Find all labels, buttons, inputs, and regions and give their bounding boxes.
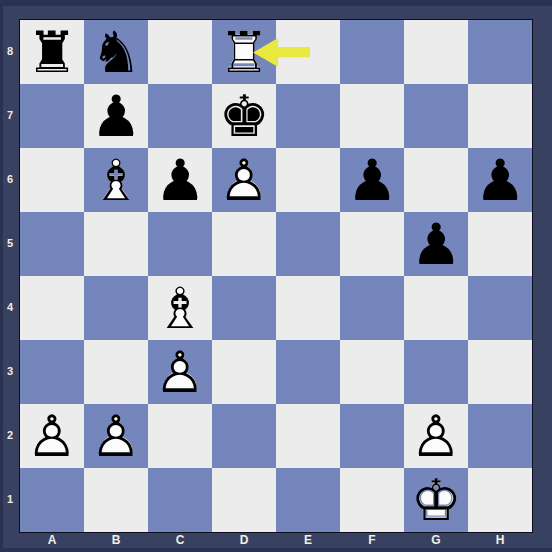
square-b3[interactable]	[84, 340, 148, 404]
square-f6[interactable]: ♟	[340, 148, 404, 212]
chess-board-frame: ♜♞♜♖♟♚♝♗♟♟♙♟♟♟♝♗♟♙♟♙♟♙♟♙♚♔ 87654321ABCDE…	[0, 0, 552, 552]
square-b5[interactable]	[84, 212, 148, 276]
square-e7[interactable]	[276, 84, 340, 148]
square-c1[interactable]	[148, 468, 212, 532]
frame-left-edge	[0, 0, 3, 552]
piece-black-knight-b8[interactable]: ♞	[84, 20, 148, 84]
square-e1[interactable]	[276, 468, 340, 532]
square-c5[interactable]	[148, 212, 212, 276]
square-g5[interactable]: ♟	[404, 212, 468, 276]
square-h5[interactable]	[468, 212, 532, 276]
square-d1[interactable]	[212, 468, 276, 532]
piece-glyph: ♟	[84, 84, 148, 148]
square-e3[interactable]	[276, 340, 340, 404]
square-e5[interactable]	[276, 212, 340, 276]
piece-outline: ♙	[20, 404, 84, 468]
frame-top-edge	[0, 0, 552, 6]
rank-label-5: 5	[0, 237, 20, 249]
file-label-F: F	[340, 533, 404, 552]
square-f7[interactable]	[340, 84, 404, 148]
square-c2[interactable]	[148, 404, 212, 468]
square-g1[interactable]: ♚♔	[404, 468, 468, 532]
square-h3[interactable]	[468, 340, 532, 404]
piece-white-bishop-b6[interactable]: ♝♗	[84, 148, 148, 212]
square-b6[interactable]: ♝♗	[84, 148, 148, 212]
file-label-D: D	[212, 533, 276, 552]
square-e2[interactable]	[276, 404, 340, 468]
square-d5[interactable]	[212, 212, 276, 276]
square-c6[interactable]: ♟	[148, 148, 212, 212]
square-a6[interactable]	[20, 148, 84, 212]
square-d7[interactable]: ♚	[212, 84, 276, 148]
file-label-B: B	[84, 533, 148, 552]
square-b1[interactable]	[84, 468, 148, 532]
square-g2[interactable]: ♟♙	[404, 404, 468, 468]
square-c4[interactable]: ♝♗	[148, 276, 212, 340]
square-b7[interactable]: ♟	[84, 84, 148, 148]
square-a5[interactable]	[20, 212, 84, 276]
piece-glyph: ♟	[404, 212, 468, 276]
square-d4[interactable]	[212, 276, 276, 340]
piece-outline: ♙	[148, 340, 212, 404]
piece-glyph: ♜	[20, 20, 84, 84]
piece-white-pawn-g2[interactable]: ♟♙	[404, 404, 468, 468]
piece-outline: ♙	[84, 404, 148, 468]
piece-black-king-d7[interactable]: ♚	[212, 84, 276, 148]
rank-label-6: 6	[0, 173, 20, 185]
square-h1[interactable]	[468, 468, 532, 532]
piece-glyph: ♟	[148, 148, 212, 212]
piece-outline: ♙	[404, 404, 468, 468]
piece-white-pawn-b2[interactable]: ♟♙	[84, 404, 148, 468]
file-label-A: A	[20, 533, 84, 552]
piece-black-pawn-g5[interactable]: ♟	[404, 212, 468, 276]
square-g4[interactable]	[404, 276, 468, 340]
square-a3[interactable]	[20, 340, 84, 404]
square-c8[interactable]	[148, 20, 212, 84]
piece-glyph: ♟	[340, 148, 404, 212]
rank-label-2: 2	[0, 429, 20, 441]
piece-glyph: ♞	[84, 20, 148, 84]
piece-outline: ♔	[404, 468, 468, 532]
rank-label-1: 1	[0, 493, 20, 505]
square-f5[interactable]	[340, 212, 404, 276]
square-c7[interactable]	[148, 84, 212, 148]
piece-white-bishop-c4[interactable]: ♝♗	[148, 276, 212, 340]
square-h4[interactable]	[468, 276, 532, 340]
square-d3[interactable]	[212, 340, 276, 404]
square-f8[interactable]	[340, 20, 404, 84]
piece-outline: ♗	[148, 276, 212, 340]
square-f1[interactable]	[340, 468, 404, 532]
file-label-G: G	[404, 533, 468, 552]
piece-white-pawn-a2[interactable]: ♟♙	[20, 404, 84, 468]
file-label-H: H	[468, 533, 532, 552]
piece-white-king-g1[interactable]: ♚♔	[404, 468, 468, 532]
piece-white-pawn-c3[interactable]: ♟♙	[148, 340, 212, 404]
piece-black-pawn-c6[interactable]: ♟	[148, 148, 212, 212]
file-label-C: C	[148, 533, 212, 552]
piece-glyph: ♟	[468, 148, 532, 212]
square-h7[interactable]	[468, 84, 532, 148]
rank-label-3: 3	[0, 365, 20, 377]
square-g8[interactable]	[404, 20, 468, 84]
piece-black-pawn-b7[interactable]: ♟	[84, 84, 148, 148]
square-a8[interactable]: ♜	[20, 20, 84, 84]
square-e4[interactable]	[276, 276, 340, 340]
piece-outline: ♗	[84, 148, 148, 212]
square-e6[interactable]	[276, 148, 340, 212]
piece-black-pawn-h6[interactable]: ♟	[468, 148, 532, 212]
piece-outline: ♙	[212, 148, 276, 212]
file-label-E: E	[276, 533, 340, 552]
square-f4[interactable]	[340, 276, 404, 340]
rank-label-4: 4	[0, 301, 20, 313]
square-a1[interactable]	[20, 468, 84, 532]
square-g3[interactable]	[404, 340, 468, 404]
square-b2[interactable]: ♟♙	[84, 404, 148, 468]
piece-black-rook-a8[interactable]: ♜	[20, 20, 84, 84]
piece-glyph: ♚	[212, 84, 276, 148]
rank-label-7: 7	[0, 109, 20, 121]
square-f3[interactable]	[340, 340, 404, 404]
square-g6[interactable]	[404, 148, 468, 212]
square-d6[interactable]: ♟♙	[212, 148, 276, 212]
square-h6[interactable]: ♟	[468, 148, 532, 212]
square-b8[interactable]: ♞	[84, 20, 148, 84]
chess-board: ♜♞♜♖♟♚♝♗♟♟♙♟♟♟♝♗♟♙♟♙♟♙♟♙♚♔	[20, 20, 532, 532]
square-h8[interactable]	[468, 20, 532, 84]
square-f2[interactable]	[340, 404, 404, 468]
square-g7[interactable]	[404, 84, 468, 148]
rank-label-8: 8	[0, 45, 20, 57]
square-c3[interactable]: ♟♙	[148, 340, 212, 404]
piece-white-pawn-d6[interactable]: ♟♙	[212, 148, 276, 212]
square-b4[interactable]	[84, 276, 148, 340]
square-h2[interactable]	[468, 404, 532, 468]
square-a7[interactable]	[20, 84, 84, 148]
square-a2[interactable]: ♟♙	[20, 404, 84, 468]
square-a4[interactable]	[20, 276, 84, 340]
piece-black-pawn-f6[interactable]: ♟	[340, 148, 404, 212]
square-d2[interactable]	[212, 404, 276, 468]
